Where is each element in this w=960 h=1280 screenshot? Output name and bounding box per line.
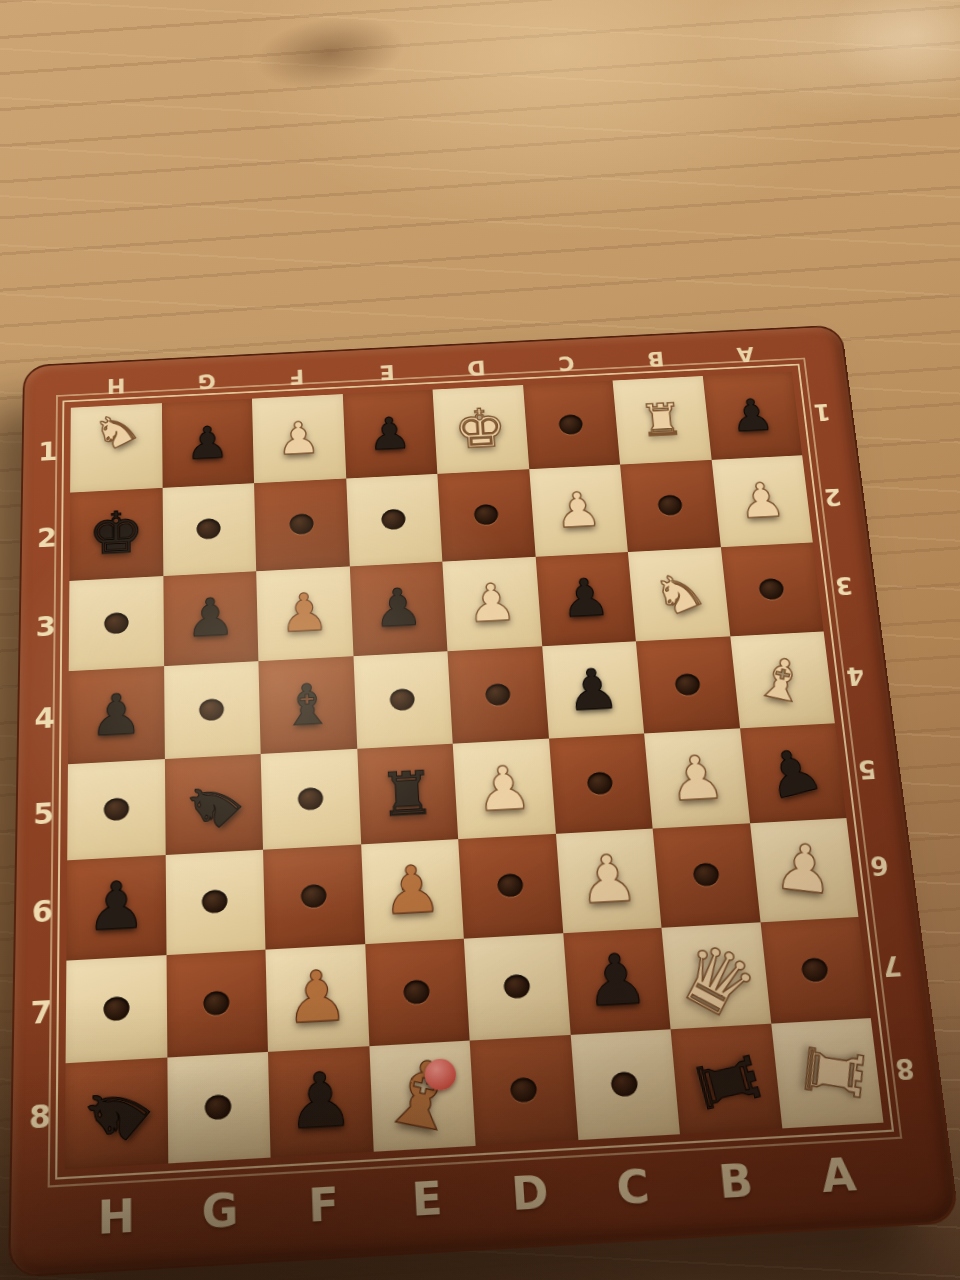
rank-label-left-5: 5 xyxy=(21,764,66,863)
square-b7[interactable]: ♛ xyxy=(661,922,770,1029)
square-g5[interactable]: ♞ xyxy=(164,754,263,855)
file-label-top-b: B xyxy=(609,338,702,379)
peg-hole xyxy=(104,612,128,634)
file-label-bottom-f: F xyxy=(271,1154,378,1256)
square-a4[interactable]: ♝ xyxy=(730,631,835,728)
piece-black-rook-b8: ♜ xyxy=(671,1023,782,1134)
table-wood-knot xyxy=(251,8,409,98)
square-d3[interactable]: ♟ xyxy=(442,556,541,651)
square-c7[interactable]: ♟ xyxy=(563,927,671,1034)
piece-black-knight-g5: ♞ xyxy=(164,754,263,855)
piece-white-knight-h1: ♞ xyxy=(70,403,162,493)
file-label-bottom-c: C xyxy=(578,1136,689,1237)
rank-label-left-4: 4 xyxy=(22,671,66,767)
file-label-bottom-g: G xyxy=(168,1160,273,1262)
rank-label-left-3: 3 xyxy=(24,581,68,674)
square-f3[interactable]: ♟ xyxy=(256,566,353,661)
square-g8[interactable] xyxy=(167,1052,271,1164)
square-a1[interactable]: ♟ xyxy=(702,372,802,461)
rank-label-right-8: 8 xyxy=(875,1015,936,1122)
square-d5[interactable]: ♟ xyxy=(453,739,556,840)
peg-hole xyxy=(301,884,327,908)
square-b6[interactable] xyxy=(653,824,760,928)
piece-black-rook-e5: ♜ xyxy=(357,744,458,845)
peg-hole xyxy=(674,673,700,695)
piece-black-bishop-f4: ♝ xyxy=(258,656,356,754)
square-f5[interactable] xyxy=(261,749,361,850)
square-a5[interactable]: ♟ xyxy=(740,723,847,823)
file-label-top-e: E xyxy=(341,352,433,393)
rank-label-right-3: 3 xyxy=(817,540,872,631)
peg-hole xyxy=(390,688,415,711)
piece-white-pawn-f1: ♟ xyxy=(252,394,346,483)
square-b2[interactable] xyxy=(620,460,720,551)
square-a6[interactable]: ♟ xyxy=(750,818,859,922)
file-label-bottom-b: B xyxy=(680,1131,792,1232)
square-d7[interactable] xyxy=(464,933,570,1041)
rank-label-left-8: 8 xyxy=(16,1063,63,1172)
peg-hole xyxy=(801,957,829,982)
square-h6[interactable]: ♟ xyxy=(66,855,166,960)
piece-white-queen-b7: ♛ xyxy=(661,922,770,1029)
peg-hole xyxy=(510,1077,538,1103)
square-f4[interactable]: ♝ xyxy=(258,656,356,754)
square-d6[interactable] xyxy=(458,834,563,938)
piece-white-king-d1: ♚ xyxy=(433,385,529,474)
square-b4[interactable] xyxy=(636,636,740,733)
square-d2[interactable] xyxy=(437,469,535,561)
piece-tan-pawn-e6: ♟ xyxy=(361,839,464,943)
square-g7[interactable] xyxy=(166,949,268,1057)
square-g3[interactable]: ♟ xyxy=(163,571,259,666)
piece-black-pawn-e3: ♟ xyxy=(349,561,447,656)
rank-label-right-1: 1 xyxy=(796,369,849,455)
rank-labels-left: 12345678 xyxy=(16,408,69,1172)
square-d8[interactable] xyxy=(470,1035,578,1146)
square-e5[interactable]: ♜ xyxy=(357,744,458,845)
file-label-top-c: C xyxy=(520,343,613,384)
piece-black-pawn-a5: ♟ xyxy=(740,723,847,823)
rank-label-right-7: 7 xyxy=(862,914,922,1018)
piece-white-bishop-a4: ♝ xyxy=(730,631,835,728)
square-a7[interactable] xyxy=(760,916,871,1023)
red-painted-top xyxy=(424,1058,457,1091)
peg-hole xyxy=(559,414,584,435)
square-c8[interactable] xyxy=(570,1029,680,1140)
file-label-bottom-a: A xyxy=(782,1125,895,1226)
square-f7[interactable]: ♟ xyxy=(265,944,368,1052)
file-label-bottom-h: H xyxy=(64,1166,169,1268)
piece-white-knight-b3: ♞ xyxy=(628,547,730,641)
square-f8[interactable]: ♟ xyxy=(268,1046,373,1158)
square-e7[interactable] xyxy=(365,938,470,1046)
rank-label-left-7: 7 xyxy=(18,960,65,1065)
square-c3[interactable]: ♟ xyxy=(535,552,636,646)
square-b5[interactable]: ♟ xyxy=(644,728,750,828)
file-label-bottom-e: E xyxy=(373,1148,481,1250)
piece-black-knight-h8: ♞ xyxy=(65,1057,168,1169)
square-f1[interactable]: ♟ xyxy=(252,394,346,483)
peg-hole xyxy=(298,787,324,810)
peg-hole xyxy=(485,683,511,706)
piece-black-pawn-c7: ♟ xyxy=(563,927,671,1034)
piece-black-pawn-c4: ♟ xyxy=(542,641,644,738)
piece-black-pawn-h4: ♟ xyxy=(68,666,164,764)
piece-white-pawn-c2: ♟ xyxy=(529,465,628,557)
square-b3[interactable]: ♞ xyxy=(628,547,730,641)
rank-label-left-2: 2 xyxy=(25,493,68,583)
piece-black-pawn-f8: ♟ xyxy=(268,1046,373,1158)
square-c2[interactable]: ♟ xyxy=(529,465,628,557)
square-h3[interactable] xyxy=(69,576,164,671)
rank-label-left-6: 6 xyxy=(19,861,65,963)
file-label-top-h: H xyxy=(71,365,162,406)
square-e6[interactable]: ♟ xyxy=(361,839,464,943)
piece-tan-pawn-f3: ♟ xyxy=(256,566,353,661)
square-g4[interactable] xyxy=(164,661,261,759)
file-label-bottom-d: D xyxy=(476,1142,585,1244)
piece-tan-pawn-f7: ♟ xyxy=(265,944,368,1052)
square-g1[interactable]: ♟ xyxy=(161,399,254,488)
piece-white-rook-b1: ♜ xyxy=(613,376,712,465)
square-e4[interactable] xyxy=(353,651,453,749)
square-h7[interactable] xyxy=(66,955,167,1063)
square-f6[interactable] xyxy=(263,845,365,949)
peg-hole xyxy=(503,974,530,999)
square-e8[interactable]: ♝ xyxy=(369,1040,476,1151)
square-b8[interactable]: ♜ xyxy=(671,1023,782,1134)
peg-hole xyxy=(104,798,129,821)
peg-hole xyxy=(289,514,313,535)
rank-label-right-2: 2 xyxy=(806,453,860,542)
piece-white-pawn-d3: ♟ xyxy=(442,556,541,651)
square-c1[interactable] xyxy=(523,381,620,470)
square-b1[interactable]: ♜ xyxy=(613,376,712,465)
rank-label-right-4: 4 xyxy=(827,629,883,723)
playing-grid: ♞♟♟♟♚♜♟♚♟♟♟♟♟♟♟♞♟♝♟♝♞♜♟♟♟♟♟♟♟♟♟♛♞♟♝♜♜ xyxy=(65,372,884,1170)
peg-hole xyxy=(103,996,129,1021)
square-c5[interactable] xyxy=(549,733,653,834)
square-a3[interactable] xyxy=(720,542,823,636)
square-g6[interactable] xyxy=(165,850,265,955)
square-d1[interactable]: ♚ xyxy=(433,385,529,474)
square-h1[interactable]: ♞ xyxy=(70,403,162,493)
piece-white-pawn-a6: ♟ xyxy=(750,818,859,922)
square-h8[interactable]: ♞ xyxy=(65,1057,168,1169)
file-label-top-a: A xyxy=(698,334,791,375)
file-label-top-d: D xyxy=(430,347,522,388)
peg-hole xyxy=(197,519,221,540)
square-e2[interactable] xyxy=(346,474,443,566)
peg-hole xyxy=(199,698,224,721)
piece-tan-bishop-e8: ♝ xyxy=(369,1040,476,1151)
piece-white-pawn-c6: ♟ xyxy=(555,829,661,933)
peg-hole xyxy=(587,772,613,795)
peg-hole xyxy=(497,874,524,898)
piece-black-king-h2: ♚ xyxy=(69,488,162,580)
square-g2[interactable] xyxy=(162,483,256,575)
peg-hole xyxy=(403,979,430,1004)
square-f2[interactable] xyxy=(254,479,349,571)
table-wood-stain xyxy=(830,0,960,100)
square-e3[interactable]: ♟ xyxy=(349,561,447,656)
peg-hole xyxy=(657,495,682,516)
piece-black-pawn-a1: ♟ xyxy=(702,372,802,461)
piece-black-pawn-g1: ♟ xyxy=(161,399,254,488)
peg-hole xyxy=(381,509,406,530)
piece-black-pawn-h6: ♟ xyxy=(66,855,166,960)
peg-hole xyxy=(759,578,785,600)
piece-black-pawn-e1: ♟ xyxy=(342,390,437,479)
piece-white-pawn-d5: ♟ xyxy=(453,739,556,840)
piece-white-pawn-b5: ♟ xyxy=(644,728,750,828)
square-h2[interactable]: ♚ xyxy=(69,488,162,580)
chess-board: HGFEDCBA HGFEDCBA 12345678 12345678 ♞♟♟♟… xyxy=(8,325,960,1278)
square-c6[interactable]: ♟ xyxy=(555,829,661,933)
square-e1[interactable]: ♟ xyxy=(342,390,437,479)
peg-hole xyxy=(473,504,498,525)
piece-black-pawn-c3: ♟ xyxy=(535,552,636,646)
rank-label-left-1: 1 xyxy=(27,408,69,495)
peg-hole xyxy=(204,990,230,1015)
square-a8[interactable]: ♜ xyxy=(771,1018,884,1129)
square-h5[interactable] xyxy=(67,759,165,861)
file-label-top-f: F xyxy=(251,356,342,397)
rank-label-right-6: 6 xyxy=(850,816,908,917)
square-c4[interactable]: ♟ xyxy=(542,641,644,738)
square-a2[interactable]: ♟ xyxy=(711,455,813,546)
square-h4[interactable]: ♟ xyxy=(68,666,164,764)
square-d4[interactable] xyxy=(447,646,548,744)
peg-hole xyxy=(202,890,228,914)
peg-hole xyxy=(611,1071,639,1097)
rank-label-right-5: 5 xyxy=(839,721,896,818)
peg-hole xyxy=(205,1094,232,1120)
piece-black-pawn-g3: ♟ xyxy=(163,571,259,666)
piece-white-pawn-a2: ♟ xyxy=(711,455,813,546)
peg-hole xyxy=(692,863,719,887)
file-label-top-g: G xyxy=(161,361,252,402)
piece-white-rook-a8: ♜ xyxy=(771,1018,884,1129)
